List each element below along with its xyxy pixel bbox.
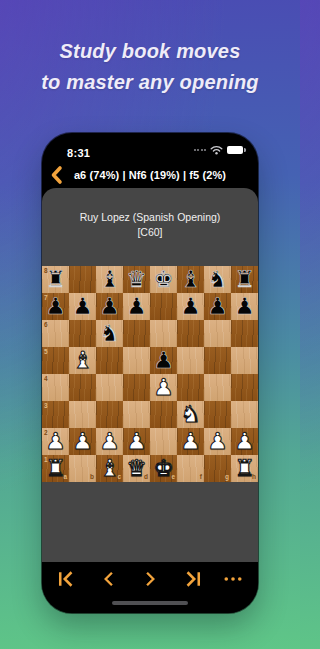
file-label-b: b [90, 474, 94, 481]
square-b3[interactable] [69, 401, 96, 428]
square-a1[interactable]: 1a♜ [42, 455, 69, 482]
square-f8[interactable]: ♝ [177, 266, 204, 293]
piece-black-knight: ♞ [96, 320, 123, 347]
chess-board: 8♜♝♛♚♝♞♜7♟♟♟♟♟♟♟6♞5♝♟4♟3♞2♟♟♟♟♟♟♟1a♜bc♝d… [42, 266, 258, 482]
square-e2[interactable] [150, 428, 177, 455]
previous-move-button[interactable] [97, 569, 121, 589]
square-d7[interactable]: ♟ [123, 293, 150, 320]
piece-black-king: ♚ [150, 266, 177, 293]
square-c3[interactable] [96, 401, 123, 428]
piece-black-knight: ♞ [204, 266, 231, 293]
status-bar: 8:31 [42, 133, 258, 162]
piece-white-pawn: ♟ [150, 374, 177, 401]
square-a5[interactable]: 5 [42, 347, 69, 374]
piece-black-pawn: ♟ [42, 293, 69, 320]
square-g5[interactable] [204, 347, 231, 374]
square-h4[interactable] [231, 374, 258, 401]
cellular-signal-icon [194, 149, 207, 152]
opening-card: Ruy Lopez (Spanish Opening) [C60] 8♜♝♛♚♝… [42, 188, 258, 562]
piece-black-pawn: ♟ [69, 293, 96, 320]
square-g2[interactable]: ♟ [204, 428, 231, 455]
piece-white-bishop: ♝ [69, 347, 96, 374]
square-b4[interactable] [69, 374, 96, 401]
square-h5[interactable] [231, 347, 258, 374]
opening-card-text: Ruy Lopez (Spanish Opening) [C60] [42, 188, 258, 240]
square-c5[interactable] [96, 347, 123, 374]
square-c2[interactable]: ♟ [96, 428, 123, 455]
square-f7[interactable]: ♟ [177, 293, 204, 320]
piece-black-pawn: ♟ [150, 347, 177, 374]
piece-white-pawn: ♟ [69, 428, 96, 455]
square-g7[interactable]: ♟ [204, 293, 231, 320]
hero-title-line2: to master any opening [0, 67, 300, 98]
square-a2[interactable]: 2♟ [42, 428, 69, 455]
piece-white-pawn: ♟ [177, 428, 204, 455]
square-f4[interactable] [177, 374, 204, 401]
square-h3[interactable] [231, 401, 258, 428]
square-h2[interactable]: ♟ [231, 428, 258, 455]
go-to-start-button[interactable] [55, 569, 79, 589]
piece-black-pawn: ♟ [123, 293, 150, 320]
hero-title-line1: Study book moves [0, 36, 300, 67]
phone-mockup: 8:31 a6 (74%) | Nf6 (19%) | f5 (2%) Ruy … [42, 133, 258, 613]
opening-eco-code: [C60] [42, 225, 258, 240]
piece-white-queen: ♛ [123, 455, 150, 482]
battery-icon [227, 146, 243, 154]
next-move-button[interactable] [138, 569, 162, 589]
piece-white-king: ♚ [150, 455, 177, 482]
candidate-moves-summary: a6 (74%) | Nf6 (19%) | f5 (2%) [42, 169, 258, 181]
square-b8[interactable] [69, 266, 96, 293]
rank-label-5: 5 [44, 349, 48, 356]
square-f3[interactable]: ♞ [177, 401, 204, 428]
file-label-g: g [225, 474, 229, 481]
piece-white-rook: ♜ [231, 455, 258, 482]
home-indicator[interactable] [112, 601, 188, 605]
square-d4[interactable] [123, 374, 150, 401]
rank-label-4: 4 [44, 376, 48, 383]
opening-name: Ruy Lopez (Spanish Opening) [42, 210, 258, 225]
piece-black-bishop: ♝ [96, 266, 123, 293]
piece-white-rook: ♜ [42, 455, 69, 482]
piece-black-pawn: ♟ [231, 293, 258, 320]
square-c4[interactable] [96, 374, 123, 401]
square-b2[interactable]: ♟ [69, 428, 96, 455]
square-b6[interactable] [69, 320, 96, 347]
square-b1[interactable]: b [69, 455, 96, 482]
piece-black-pawn: ♟ [96, 293, 123, 320]
square-c7[interactable]: ♟ [96, 293, 123, 320]
square-g1[interactable]: g [204, 455, 231, 482]
piece-white-pawn: ♟ [96, 428, 123, 455]
piece-black-pawn: ♟ [177, 293, 204, 320]
square-d2[interactable]: ♟ [123, 428, 150, 455]
status-time: 8:31 [67, 147, 90, 159]
back-button[interactable] [49, 165, 65, 185]
square-e4[interactable]: ♟ [150, 374, 177, 401]
go-to-end-button[interactable] [180, 569, 204, 589]
square-e7[interactable] [150, 293, 177, 320]
piece-white-pawn: ♟ [231, 428, 258, 455]
square-h8[interactable]: ♜ [231, 266, 258, 293]
move-navigation-controls [42, 562, 258, 589]
status-icons [194, 141, 244, 159]
square-e6[interactable] [150, 320, 177, 347]
square-e8[interactable]: ♚ [150, 266, 177, 293]
square-c1[interactable]: c♝ [96, 455, 123, 482]
square-f1[interactable]: f [177, 455, 204, 482]
wifi-icon [210, 141, 223, 159]
navigation-header: a6 (74%) | Nf6 (19%) | f5 (2%) [42, 162, 258, 188]
square-f2[interactable]: ♟ [177, 428, 204, 455]
piece-white-bishop: ♝ [96, 455, 123, 482]
square-f5[interactable] [177, 347, 204, 374]
hero-title: Study book moves to master any opening [0, 36, 300, 98]
more-options-button[interactable] [221, 569, 245, 589]
square-d5[interactable] [123, 347, 150, 374]
piece-white-pawn: ♟ [204, 428, 231, 455]
square-a4[interactable]: 4 [42, 374, 69, 401]
square-e3[interactable] [150, 401, 177, 428]
square-g4[interactable] [204, 374, 231, 401]
square-g6[interactable] [204, 320, 231, 347]
square-h1[interactable]: h♜ [231, 455, 258, 482]
piece-black-pawn: ♟ [204, 293, 231, 320]
piece-white-pawn: ♟ [123, 428, 150, 455]
square-g8[interactable]: ♞ [204, 266, 231, 293]
square-a7[interactable]: 7♟ [42, 293, 69, 320]
square-d1[interactable]: d♛ [123, 455, 150, 482]
square-h6[interactable] [231, 320, 258, 347]
piece-white-knight: ♞ [177, 401, 204, 428]
square-h7[interactable]: ♟ [231, 293, 258, 320]
piece-black-bishop: ♝ [177, 266, 204, 293]
square-d6[interactable] [123, 320, 150, 347]
rank-label-3: 3 [44, 403, 48, 410]
square-g3[interactable] [204, 401, 231, 428]
square-e1[interactable]: e♚ [150, 455, 177, 482]
piece-black-queen: ♛ [123, 266, 150, 293]
square-c6[interactable]: ♞ [96, 320, 123, 347]
square-d3[interactable] [123, 401, 150, 428]
piece-black-rook: ♜ [42, 266, 69, 293]
file-label-f: f [200, 474, 202, 481]
square-e5[interactable]: ♟ [150, 347, 177, 374]
square-a3[interactable]: 3 [42, 401, 69, 428]
bottom-toolbar [42, 562, 258, 613]
square-f6[interactable] [177, 320, 204, 347]
piece-white-pawn: ♟ [42, 428, 69, 455]
square-a8[interactable]: 8♜ [42, 266, 69, 293]
square-c8[interactable]: ♝ [96, 266, 123, 293]
square-b5[interactable]: ♝ [69, 347, 96, 374]
square-b7[interactable]: ♟ [69, 293, 96, 320]
piece-black-rook: ♜ [231, 266, 258, 293]
square-d8[interactable]: ♛ [123, 266, 150, 293]
square-a6[interactable]: 6 [42, 320, 69, 347]
rank-label-6: 6 [44, 322, 48, 329]
